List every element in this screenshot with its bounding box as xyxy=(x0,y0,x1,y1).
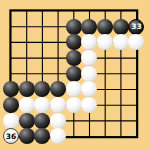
intersection-i1[interactable] xyxy=(129,3,145,19)
intersection-e8[interactable] xyxy=(66,113,82,129)
intersection-g4[interactable] xyxy=(97,50,113,66)
intersection-c5[interactable] xyxy=(35,66,51,82)
intersection-d9[interactable] xyxy=(50,129,66,145)
intersection-b4[interactable] xyxy=(19,50,35,66)
black-stone xyxy=(34,81,50,97)
intersection-e6[interactable] xyxy=(66,82,82,98)
intersection-a7[interactable] xyxy=(3,97,19,113)
intersection-g3[interactable] xyxy=(97,35,113,51)
intersection-b3[interactable] xyxy=(19,35,35,51)
intersection-g6[interactable] xyxy=(97,82,113,98)
intersection-c4[interactable] xyxy=(35,50,51,66)
intersection-h6[interactable] xyxy=(113,82,129,98)
intersection-f5[interactable] xyxy=(82,66,98,82)
white-stone xyxy=(66,81,82,97)
white-stone xyxy=(50,113,66,129)
black-stone xyxy=(19,128,35,144)
white-stone xyxy=(81,97,97,113)
intersection-i4[interactable] xyxy=(129,50,145,66)
intersection-a8[interactable] xyxy=(3,113,19,129)
white-stone xyxy=(81,50,97,66)
intersection-f9[interactable] xyxy=(82,129,98,145)
intersection-c3[interactable] xyxy=(35,35,51,51)
intersection-d5[interactable] xyxy=(50,66,66,82)
intersection-c1[interactable] xyxy=(35,3,51,19)
intersection-g7[interactable] xyxy=(97,97,113,113)
black-stone xyxy=(66,34,82,50)
intersection-h3[interactable] xyxy=(113,35,129,51)
intersection-e1[interactable] xyxy=(66,3,82,19)
intersection-i9[interactable] xyxy=(129,129,145,145)
intersection-d7[interactable] xyxy=(50,97,66,113)
black-stone xyxy=(3,81,19,97)
intersection-f7[interactable] xyxy=(82,97,98,113)
black-stone xyxy=(97,19,113,35)
intersection-g2[interactable] xyxy=(97,19,113,35)
intersection-h2[interactable] xyxy=(113,19,129,35)
intersection-a6[interactable] xyxy=(3,82,19,98)
intersection-c6[interactable] xyxy=(35,82,51,98)
intersection-i6[interactable] xyxy=(129,82,145,98)
intersection-a4[interactable] xyxy=(3,50,19,66)
intersection-a2[interactable] xyxy=(3,19,19,35)
white-stone xyxy=(81,34,97,50)
black-stone xyxy=(66,19,82,35)
stone-layer: 3336 xyxy=(3,3,144,144)
black-stone xyxy=(66,50,82,66)
black-stone xyxy=(81,19,97,35)
intersection-h4[interactable] xyxy=(113,50,129,66)
white-stone xyxy=(113,34,129,50)
white-stone xyxy=(66,97,82,113)
intersection-g1[interactable] xyxy=(97,3,113,19)
intersection-h8[interactable] xyxy=(113,113,129,129)
white-stone-move-36: 36 xyxy=(3,128,19,144)
intersection-g8[interactable] xyxy=(97,113,113,129)
intersection-i5[interactable] xyxy=(129,66,145,82)
intersection-f2[interactable] xyxy=(82,19,98,35)
white-stone xyxy=(50,97,66,113)
intersection-d2[interactable] xyxy=(50,19,66,35)
intersection-i8[interactable] xyxy=(129,113,145,129)
intersection-h9[interactable] xyxy=(113,129,129,145)
intersection-d8[interactable] xyxy=(50,113,66,129)
intersection-b7[interactable] xyxy=(19,97,35,113)
white-stone xyxy=(81,81,97,97)
intersection-b9[interactable] xyxy=(19,129,35,145)
intersection-i2[interactable]: 33 xyxy=(129,19,145,35)
intersection-c9[interactable] xyxy=(35,129,51,145)
intersection-f6[interactable] xyxy=(82,82,98,98)
intersection-g5[interactable] xyxy=(97,66,113,82)
intersection-c8[interactable] xyxy=(35,113,51,129)
black-stone xyxy=(19,113,35,129)
intersection-b2[interactable] xyxy=(19,19,35,35)
intersection-f3[interactable] xyxy=(82,35,98,51)
white-stone xyxy=(3,113,19,129)
white-stone xyxy=(97,34,113,50)
intersection-e5[interactable] xyxy=(66,66,82,82)
intersection-f1[interactable] xyxy=(82,3,98,19)
black-stone xyxy=(66,66,82,82)
intersection-e3[interactable] xyxy=(66,35,82,51)
white-stone xyxy=(19,97,35,113)
black-stone xyxy=(113,19,129,35)
intersection-c2[interactable] xyxy=(35,19,51,35)
white-stone xyxy=(128,34,144,50)
go-board: 3336 xyxy=(0,0,150,150)
intersection-d4[interactable] xyxy=(50,50,66,66)
intersection-d1[interactable] xyxy=(50,3,66,19)
black-stone-move-33: 33 xyxy=(128,19,144,35)
intersection-b6[interactable] xyxy=(19,82,35,98)
intersection-e4[interactable] xyxy=(66,50,82,66)
black-stone xyxy=(19,81,35,97)
intersection-d3[interactable] xyxy=(50,35,66,51)
intersection-a9[interactable]: 36 xyxy=(3,129,19,145)
intersection-c7[interactable] xyxy=(35,97,51,113)
intersection-b8[interactable] xyxy=(19,113,35,129)
white-stone xyxy=(34,97,50,113)
black-stone xyxy=(34,113,50,129)
intersection-i3[interactable] xyxy=(129,35,145,51)
black-stone xyxy=(3,97,19,113)
intersection-f8[interactable] xyxy=(82,113,98,129)
intersection-a1[interactable] xyxy=(3,3,19,19)
intersection-a5[interactable] xyxy=(3,66,19,82)
intersection-e2[interactable] xyxy=(66,19,82,35)
intersection-g9[interactable] xyxy=(97,129,113,145)
intersection-e9[interactable] xyxy=(66,129,82,145)
intersection-b5[interactable] xyxy=(19,66,35,82)
intersection-b1[interactable] xyxy=(19,3,35,19)
intersection-h7[interactable] xyxy=(113,97,129,113)
intersection-e7[interactable] xyxy=(66,97,82,113)
intersection-i7[interactable] xyxy=(129,97,145,113)
intersection-a3[interactable] xyxy=(3,35,19,51)
intersection-d6[interactable] xyxy=(50,82,66,98)
intersection-h1[interactable] xyxy=(113,3,129,19)
intersection-f4[interactable] xyxy=(82,50,98,66)
intersection-h5[interactable] xyxy=(113,66,129,82)
white-stone xyxy=(50,128,66,144)
black-stone xyxy=(50,81,66,97)
white-stone xyxy=(81,66,97,82)
black-stone xyxy=(34,128,50,144)
